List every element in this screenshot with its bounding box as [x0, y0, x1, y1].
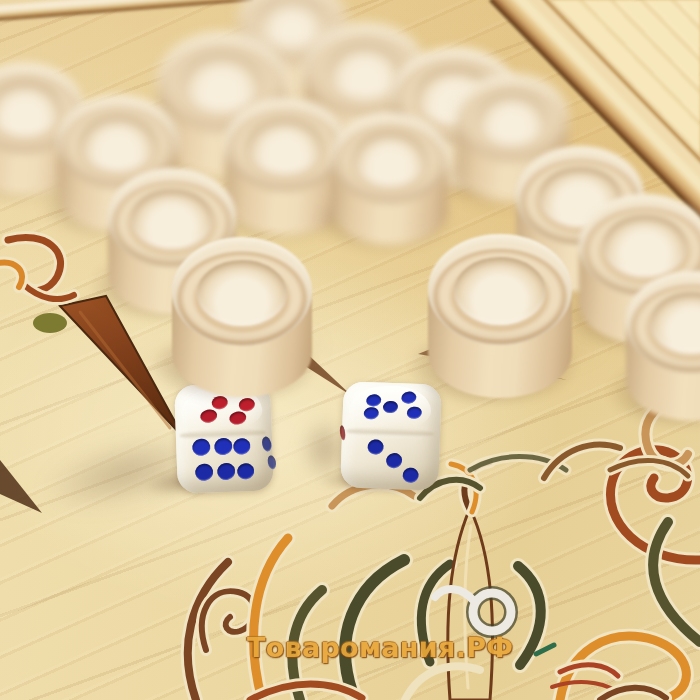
- watermark-text: Товаромания.РФ: [247, 632, 513, 663]
- wooden-checker: [626, 271, 700, 423]
- checker-dome: [327, 43, 404, 100]
- checker-dome: [603, 215, 687, 278]
- wooden-checker: [172, 237, 312, 398]
- checker-dome: [454, 257, 546, 325]
- checker-dome: [353, 131, 427, 186]
- wooden-checker: [428, 234, 572, 400]
- board-photo: Товаромания.РФ: [0, 0, 700, 700]
- left-edge-ornament: [0, 238, 74, 333]
- wooden-checker: [332, 113, 448, 246]
- checker-dome: [476, 92, 548, 145]
- checker-dome: [80, 115, 157, 172]
- checker-dome: [247, 118, 324, 175]
- checker-dome: [197, 260, 287, 327]
- die-right: [340, 381, 442, 490]
